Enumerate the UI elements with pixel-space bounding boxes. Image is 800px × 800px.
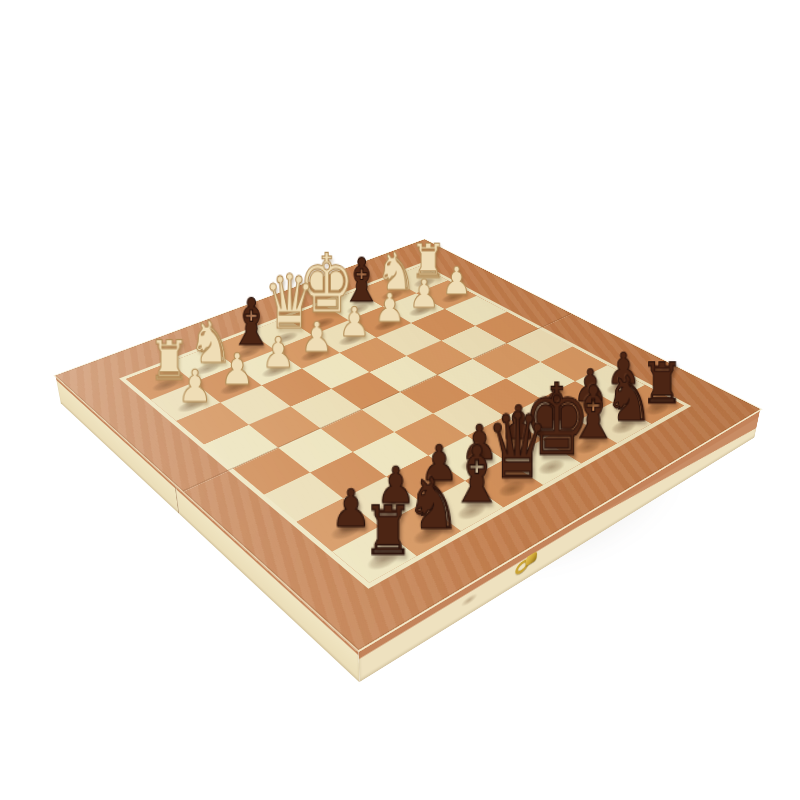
scene: ♜♞♝♛♚♝♞♜♟♟♟♟♟♟♟♟♟♟♟♟♟♟♟♟♜♞♝♛♚♝♞♜ xyxy=(0,0,800,800)
product-photo: ♜♞♝♛♚♝♞♜♟♟♟♟♟♟♟♟♟♟♟♟♟♟♟♟♜♞♝♛♚♝♞♜ xyxy=(0,0,800,800)
chess-box: ♜♞♝♛♚♝♞♜♟♟♟♟♟♟♟♟♟♟♟♟♟♟♟♟♜♞♝♛♚♝♞♜ xyxy=(56,239,761,650)
white-pawn[interactable]: ♟ xyxy=(374,288,405,328)
clasp-plate-icon xyxy=(525,551,537,567)
white-pawn[interactable]: ♟ xyxy=(442,262,472,300)
white-pawn[interactable]: ♟ xyxy=(261,332,294,375)
black-knight[interactable]: ♞ xyxy=(406,468,462,540)
white-pawn[interactable]: ♟ xyxy=(301,316,334,358)
chess-board: ♜♞♝♛♚♝♞♜♟♟♟♟♟♟♟♟♟♟♟♟♟♟♟♟♜♞♝♛♚♝♞♜ xyxy=(56,239,761,650)
square-d4[interactable] xyxy=(331,372,400,410)
white-pawn[interactable]: ♟ xyxy=(409,275,440,314)
wood-smudge xyxy=(457,587,481,613)
white-pawn[interactable]: ♟ xyxy=(220,347,254,391)
white-pawn[interactable]: ♟ xyxy=(177,364,212,409)
black-rook[interactable]: ♜ xyxy=(362,497,413,565)
white-pawn[interactable]: ♟ xyxy=(338,302,370,343)
